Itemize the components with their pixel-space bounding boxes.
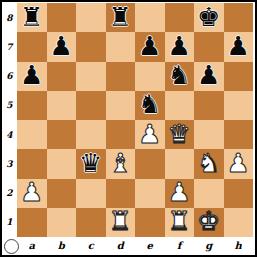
square-e8[interactable]	[135, 3, 165, 32]
square-b8[interactable]	[47, 3, 77, 32]
square-h5[interactable]	[224, 91, 254, 120]
square-g3[interactable]: ♞	[194, 149, 224, 178]
file-label-d: d	[106, 237, 136, 254]
square-f8[interactable]	[165, 3, 195, 32]
square-e2[interactable]	[135, 179, 165, 208]
square-g7[interactable]	[194, 32, 224, 61]
square-e5[interactable]: ♞	[135, 91, 165, 120]
black-knight-e5[interactable]: ♞	[138, 91, 161, 117]
square-a3[interactable]	[17, 149, 47, 178]
black-rook-a8[interactable]: ♜	[20, 4, 43, 30]
square-h2[interactable]	[224, 179, 254, 208]
white-pawn-f2[interactable]: ♟	[168, 179, 191, 205]
rank-label-7: 7	[2, 32, 17, 61]
white-knight-g3[interactable]: ♞	[197, 150, 220, 176]
rank-label-5: 5	[2, 91, 17, 120]
square-h4[interactable]	[224, 120, 254, 149]
square-g8[interactable]: ♚	[194, 3, 224, 32]
square-c8[interactable]	[76, 3, 106, 32]
square-e3[interactable]	[135, 149, 165, 178]
square-a6[interactable]: ♟	[17, 62, 47, 91]
black-pawn-b7[interactable]: ♟	[50, 33, 73, 59]
square-f6[interactable]: ♞	[165, 62, 195, 91]
file-label-f: f	[165, 237, 195, 254]
white-bishop-d3[interactable]: ♝	[109, 150, 132, 176]
file-label-h: h	[224, 237, 254, 254]
rank-label-8: 8	[2, 3, 17, 32]
rank-label-4: 4	[2, 120, 17, 149]
square-h3[interactable]: ♟	[224, 149, 254, 178]
white-pawn-e4[interactable]: ♟	[138, 121, 161, 147]
square-f7[interactable]: ♟	[165, 32, 195, 61]
square-b5[interactable]	[47, 91, 77, 120]
square-a7[interactable]	[17, 32, 47, 61]
file-label-b: b	[47, 237, 77, 254]
square-g6[interactable]: ♟	[194, 62, 224, 91]
file-labels: abcdefgh	[17, 237, 253, 254]
black-rook-d8[interactable]: ♜	[109, 4, 132, 30]
square-a1[interactable]	[17, 208, 47, 237]
square-d8[interactable]: ♜	[106, 3, 136, 32]
file-label-a: a	[17, 237, 47, 254]
square-e1[interactable]	[135, 208, 165, 237]
white-rook-f1[interactable]: ♜	[168, 208, 191, 234]
square-h8[interactable]	[224, 3, 254, 32]
chess-board: ♜♜♚♟♟♟♟♟♞♟♞♟♛♛♝♞♟♟♟♜♜♚	[17, 3, 253, 237]
square-f3[interactable]	[165, 149, 195, 178]
white-pawn-h3[interactable]: ♟	[227, 150, 250, 176]
square-f2[interactable]: ♟	[165, 179, 195, 208]
square-b7[interactable]: ♟	[47, 32, 77, 61]
file-label-e: e	[135, 237, 165, 254]
file-label-g: g	[194, 237, 224, 254]
square-c3[interactable]: ♛	[76, 149, 106, 178]
black-queen-c3[interactable]: ♛	[79, 150, 102, 176]
square-b4[interactable]	[47, 120, 77, 149]
square-f5[interactable]	[165, 91, 195, 120]
square-f1[interactable]: ♜	[165, 208, 195, 237]
square-d1[interactable]: ♜	[106, 208, 136, 237]
square-c2[interactable]	[76, 179, 106, 208]
black-king-g8[interactable]: ♚	[197, 4, 220, 30]
square-d5[interactable]	[106, 91, 136, 120]
square-d2[interactable]	[106, 179, 136, 208]
square-a5[interactable]	[17, 91, 47, 120]
rank-labels: 87654321	[2, 3, 17, 237]
rank-label-1: 1	[2, 208, 17, 237]
square-c6[interactable]	[76, 62, 106, 91]
white-to-move-indicator	[4, 239, 19, 254]
white-rook-d1[interactable]: ♜	[109, 208, 132, 234]
square-c1[interactable]	[76, 208, 106, 237]
square-b1[interactable]	[47, 208, 77, 237]
square-c4[interactable]	[76, 120, 106, 149]
square-f4[interactable]: ♛	[165, 120, 195, 149]
square-h1[interactable]	[224, 208, 254, 237]
square-b6[interactable]	[47, 62, 77, 91]
square-b2[interactable]	[47, 179, 77, 208]
white-king-g1[interactable]: ♚	[197, 208, 220, 234]
square-h7[interactable]: ♟	[224, 32, 254, 61]
file-label-c: c	[76, 237, 106, 254]
square-g4[interactable]	[194, 120, 224, 149]
square-d3[interactable]: ♝	[106, 149, 136, 178]
square-g5[interactable]	[194, 91, 224, 120]
square-e4[interactable]: ♟	[135, 120, 165, 149]
chess-diagram: 87654321 ♜♜♚♟♟♟♟♟♞♟♞♟♛♛♝♞♟♟♟♜♜♚ abcdefgh	[0, 0, 257, 257]
square-d6[interactable]	[106, 62, 136, 91]
square-a4[interactable]	[17, 120, 47, 149]
square-b3[interactable]	[47, 149, 77, 178]
square-c5[interactable]	[76, 91, 106, 120]
white-queen-f4[interactable]: ♛	[168, 121, 191, 147]
square-g2[interactable]	[194, 179, 224, 208]
square-e7[interactable]: ♟	[135, 32, 165, 61]
square-g1[interactable]: ♚	[194, 208, 224, 237]
black-pawn-f7[interactable]: ♟	[168, 33, 191, 59]
square-a2[interactable]: ♟	[17, 179, 47, 208]
square-d4[interactable]	[106, 120, 136, 149]
square-h6[interactable]	[224, 62, 254, 91]
black-pawn-h7[interactable]: ♟	[227, 33, 250, 59]
black-pawn-a6[interactable]: ♟	[20, 62, 43, 88]
white-pawn-a2[interactable]: ♟	[20, 179, 43, 205]
square-e6[interactable]	[135, 62, 165, 91]
square-c7[interactable]	[76, 32, 106, 61]
black-knight-f6[interactable]: ♞	[168, 62, 191, 88]
black-pawn-e7[interactable]: ♟	[138, 33, 161, 59]
rank-label-2: 2	[2, 179, 17, 208]
rank-label-6: 6	[2, 62, 17, 91]
black-pawn-g6[interactable]: ♟	[197, 62, 220, 88]
rank-label-3: 3	[2, 149, 17, 178]
square-a8[interactable]: ♜	[17, 3, 47, 32]
square-d7[interactable]	[106, 32, 136, 61]
